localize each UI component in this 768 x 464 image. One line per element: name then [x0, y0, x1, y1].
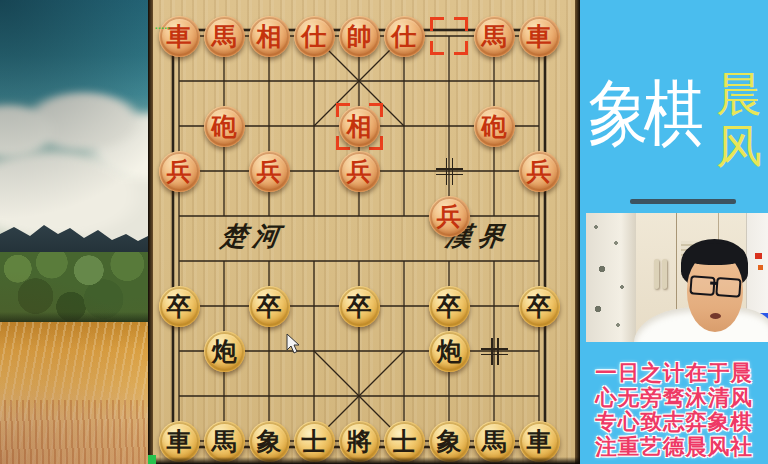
slogan-line-2: 心无旁骛沐清风	[580, 386, 768, 411]
webcam-door-handle-2	[662, 259, 667, 289]
logo-sub-char-2: 风	[716, 120, 762, 172]
piece-black-17[interactable]: 炮	[204, 331, 245, 372]
logo-sub-text: 晨 风	[716, 68, 762, 172]
landscape-photo	[0, 0, 148, 464]
piece-red-72[interactable]: 砲	[474, 106, 515, 147]
streamer-glasses	[689, 275, 742, 297]
webcam-fridge-magnet-2	[758, 265, 763, 270]
glasses-right-lens	[715, 277, 741, 298]
streamer-mouth	[710, 313, 721, 319]
channel-slogan: 一日之计在于晨 心无旁骛沐清风 专心致志弈象棋 注重艺德晨风社	[580, 361, 768, 459]
board-right-edge	[575, 0, 580, 464]
piece-red-40[interactable]: 帥	[339, 16, 380, 57]
piece-black-49[interactable]: 將	[339, 421, 380, 462]
piece-red-83[interactable]: 兵	[519, 151, 560, 192]
marker-corner-tr	[454, 17, 468, 31]
marker-corner-bl	[430, 41, 444, 55]
logo-main-text: 象棋	[588, 58, 699, 168]
piece-red-30[interactable]: 仕	[294, 16, 335, 57]
photo-vignette	[0, 0, 148, 464]
piece-black-79[interactable]: 馬	[474, 421, 515, 462]
logo-sub-char-1: 晨	[716, 68, 762, 120]
xiangqi-board[interactable]: 楚河 漢界 ▪▪▪▪▪ 車馬相仕帥仕馬車砲相砲兵兵兵兵兵卒卒卒卒卒炮炮車馬象士將…	[148, 0, 580, 464]
piece-black-46[interactable]: 卒	[339, 286, 380, 327]
piece-red-42[interactable]: 相	[339, 106, 380, 147]
piece-red-80[interactable]: 車	[519, 16, 560, 57]
piece-black-66[interactable]: 卒	[429, 286, 470, 327]
piece-red-12[interactable]: 砲	[204, 106, 245, 147]
green-watermark: ▪▪▪▪▪	[155, 25, 171, 31]
point-marker-cross	[436, 158, 463, 185]
piece-black-89[interactable]: 車	[519, 421, 560, 462]
webcam-video	[586, 213, 768, 342]
glasses-bridge	[710, 282, 717, 285]
piece-black-09[interactable]: 車	[159, 421, 200, 462]
piece-black-59[interactable]: 士	[384, 421, 425, 462]
green-corner-strip	[148, 455, 156, 464]
webcam-door-handle-1	[654, 259, 659, 289]
piece-black-19[interactable]: 馬	[204, 421, 245, 462]
point-marker-cross	[481, 338, 508, 365]
slogan-line-1: 一日之计在于晨	[580, 361, 768, 386]
piece-red-50[interactable]: 仕	[384, 16, 425, 57]
last-move-from-marker	[430, 17, 468, 55]
piece-black-67[interactable]: 炮	[429, 331, 470, 372]
stream-side-panel: 象棋 晨 风 一日之计在于晨 心无旁骛沐清风 专心致志弈象棋	[580, 0, 768, 464]
channel-logo: 象棋 晨 风	[588, 58, 762, 172]
webcam-fridge-magnet-1	[755, 253, 762, 259]
webcam-curtain	[586, 213, 636, 342]
piece-black-69[interactable]: 象	[429, 421, 470, 462]
piece-red-03[interactable]: 兵	[159, 151, 200, 192]
streamer-fringe	[685, 243, 745, 265]
slogan-line-3: 专心致志弈象棋	[580, 410, 768, 435]
board-left-edge	[148, 0, 153, 464]
marker-corner-br	[454, 41, 468, 55]
mouse-cursor	[286, 333, 300, 354]
video-window-edge	[630, 199, 736, 204]
piece-black-26[interactable]: 卒	[249, 286, 290, 327]
piece-red-10[interactable]: 馬	[204, 16, 245, 57]
piece-red-23[interactable]: 兵	[249, 151, 290, 192]
piece-black-29[interactable]: 象	[249, 421, 290, 462]
piece-black-86[interactable]: 卒	[519, 286, 560, 327]
piece-black-39[interactable]: 士	[294, 421, 335, 462]
glasses-left-lens	[689, 275, 715, 296]
piece-red-64[interactable]: 兵	[429, 196, 470, 237]
piece-red-20[interactable]: 相	[249, 16, 290, 57]
board-bottom-edge	[148, 457, 580, 464]
piece-red-70[interactable]: 馬	[474, 16, 515, 57]
piece-red-43[interactable]: 兵	[339, 151, 380, 192]
piece-red-00[interactable]: 車	[159, 16, 200, 57]
piece-black-06[interactable]: 卒	[159, 286, 200, 327]
marker-corner-tl	[430, 17, 444, 31]
slogan-line-4: 注重艺德晨风社	[580, 435, 768, 460]
piece-grid[interactable]: 車馬相仕帥仕馬車砲相砲兵兵兵兵兵卒卒卒卒卒炮炮車馬象士將士象馬車	[157, 14, 562, 464]
